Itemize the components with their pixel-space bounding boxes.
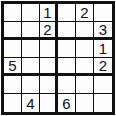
cell-r1c2[interactable] [22,4,40,22]
cell-r6c4[interactable]: 6 [58,94,76,112]
cell-r3c4[interactable] [58,40,76,58]
cell-r3c3[interactable] [40,40,58,58]
cell-r6c1[interactable] [4,94,22,112]
cell-r4c5[interactable] [76,58,94,76]
cell-r6c2[interactable]: 4 [22,94,40,112]
cell-r4c6[interactable]: 2 [94,58,112,76]
cell-r1c6[interactable] [94,4,112,22]
cell-r5c5[interactable] [76,76,94,94]
cell-r1c4[interactable] [58,4,76,22]
cell-r1c3[interactable]: 1 [40,4,58,22]
cell-r6c3[interactable] [40,94,58,112]
cell-r5c6[interactable] [94,76,112,94]
cell-r3c5[interactable] [76,40,94,58]
cell-r3c6[interactable]: 1 [94,40,112,58]
cell-r1c1[interactable] [4,4,22,22]
cell-r2c5[interactable] [76,22,94,40]
cell-r6c6[interactable] [94,94,112,112]
cell-r2c3[interactable]: 2 [40,22,58,40]
cell-r4c3[interactable] [40,58,58,76]
cell-r3c2[interactable] [22,40,40,58]
cell-r3c1[interactable] [4,40,22,58]
cell-r2c6[interactable]: 3 [94,22,112,40]
cell-r4c1[interactable]: 5 [4,58,22,76]
cell-r2c4[interactable] [58,22,76,40]
cell-r5c1[interactable] [4,76,22,94]
cell-r1c5[interactable]: 2 [76,4,94,22]
cell-r4c4[interactable] [58,58,76,76]
cell-r6c5[interactable] [76,94,94,112]
cell-r2c2[interactable] [22,22,40,40]
cell-r5c3[interactable] [40,76,58,94]
cell-r5c2[interactable] [22,76,40,94]
sudoku-board: 122315246 [1,1,115,115]
cell-r4c2[interactable] [22,58,40,76]
cell-r5c4[interactable] [58,76,76,94]
cell-r2c1[interactable] [4,22,22,40]
